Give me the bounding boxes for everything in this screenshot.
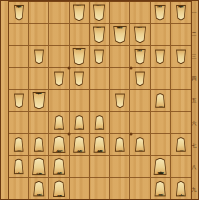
piece-face: 玉将 <box>113 26 126 42</box>
piece-gote-rook[interactable]: 飛車 <box>32 91 47 109</box>
piece-sente-pawn[interactable]: 歩兵 <box>155 93 166 108</box>
cell-3f[interactable] <box>130 112 150 134</box>
cell-8f[interactable] <box>29 112 49 134</box>
piece-kanji-label: 歩兵 <box>156 50 165 63</box>
cell-8h[interactable]: 王将 <box>29 156 49 178</box>
cell-6f[interactable]: 歩兵 <box>70 112 90 134</box>
piece-sente-pawn[interactable]: 歩兵 <box>134 137 145 152</box>
piece-face: 銀将 <box>53 181 65 196</box>
cell-4g[interactable]: 歩兵 <box>110 134 130 156</box>
star-point <box>129 133 132 136</box>
piece-kanji-label: 金将 <box>74 137 86 152</box>
cell-4a[interactable] <box>110 2 130 24</box>
cell-1b[interactable] <box>171 24 191 46</box>
piece-kanji-label: 香車 <box>14 159 23 173</box>
star-point <box>68 133 71 136</box>
piece-face: 歩兵 <box>14 94 23 107</box>
cell-1g[interactable]: 歩兵 <box>171 134 191 156</box>
cell-8g[interactable]: 歩兵 <box>29 134 49 156</box>
cell-3c[interactable]: 桂馬 <box>130 46 150 68</box>
piece-sente-pawn[interactable]: 歩兵 <box>94 115 105 130</box>
cell-7d[interactable]: 歩兵 <box>49 68 69 90</box>
cell-2f[interactable] <box>151 112 171 134</box>
piece-kanji-label: 歩兵 <box>14 138 23 151</box>
piece-kanji-label: 歩兵 <box>135 138 144 151</box>
cell-6h[interactable] <box>70 156 90 178</box>
cell-7b[interactable] <box>49 24 69 46</box>
cell-8e[interactable]: 飛車 <box>29 90 49 112</box>
rank-label-9: 九 <box>190 179 198 200</box>
rank-label-5: 五 <box>190 90 198 112</box>
piece-gote-pawn[interactable]: 歩兵 <box>175 49 186 64</box>
cell-4f[interactable] <box>110 112 130 134</box>
piece-face: 香車 <box>176 182 185 196</box>
piece-face: 歩兵 <box>34 50 43 63</box>
piece-gote-pawn[interactable]: 歩兵 <box>74 71 85 86</box>
rank-label-4: 四 <box>190 68 198 90</box>
piece-gote-silver[interactable]: 銀将 <box>93 26 107 43</box>
piece-face: 桂馬 <box>155 182 166 196</box>
rank-label-8: 八 <box>190 157 198 179</box>
piece-kanji-label: 角行 <box>53 136 66 152</box>
piece-gote-pawn[interactable]: 歩兵 <box>94 49 105 64</box>
piece-gote-bishop[interactable]: 角行 <box>72 47 87 65</box>
cell-9g[interactable]: 歩兵 <box>9 134 29 156</box>
piece-face: 歩兵 <box>95 116 104 129</box>
cell-5i[interactable] <box>90 178 110 200</box>
rank-label-2: 二 <box>190 23 198 45</box>
piece-sente-knight[interactable]: 桂馬 <box>33 181 46 197</box>
piece-kanji-label: 香車 <box>176 182 185 196</box>
cell-6e[interactable] <box>70 90 90 112</box>
piece-kanji-label: 角行 <box>73 48 86 64</box>
piece-sente-gold[interactable]: 金将 <box>73 136 87 153</box>
piece-face: 香車 <box>14 5 23 19</box>
piece-sente-bishop[interactable]: 角行 <box>52 135 67 153</box>
piece-kanji-label: 玉将 <box>113 26 126 42</box>
piece-kanji-label: 飛車 <box>33 92 46 108</box>
piece-gote-lance[interactable]: 香車 <box>13 4 24 20</box>
piece-face: 歩兵 <box>115 138 124 151</box>
piece-kanji-label: 銀将 <box>94 27 106 42</box>
piece-kanji-label: 歩兵 <box>34 50 43 63</box>
piece-face: 銀将 <box>94 27 106 42</box>
piece-kanji-label: 歩兵 <box>34 138 43 151</box>
piece-face: 歩兵 <box>14 138 23 151</box>
piece-kanji-label: 歩兵 <box>115 94 124 107</box>
piece-face: 角行 <box>53 136 66 152</box>
piece-gote-lance[interactable]: 香車 <box>175 4 186 20</box>
piece-sente-king[interactable]: 王将 <box>31 157 46 175</box>
cell-6i[interactable] <box>70 178 90 200</box>
cell-5f[interactable]: 歩兵 <box>90 112 110 134</box>
piece-kanji-label: 歩兵 <box>95 116 104 129</box>
cell-3e[interactable] <box>130 90 150 112</box>
piece-gote-gold[interactable]: 金将 <box>73 4 87 21</box>
cell-8a[interactable] <box>29 2 49 24</box>
cell-3a[interactable] <box>130 2 150 24</box>
piece-kanji-label: 香車 <box>176 5 185 19</box>
piece-face: 歩兵 <box>95 50 104 63</box>
piece-sente-knight[interactable]: 桂馬 <box>154 181 167 197</box>
piece-face: 歩兵 <box>75 116 84 129</box>
piece-kanji-label: 王将 <box>32 158 45 174</box>
rank-label-strip: 一二三四五六七八九 <box>190 1 198 200</box>
cell-7c[interactable] <box>49 46 69 68</box>
cell-2d[interactable] <box>151 68 171 90</box>
piece-face: 歩兵 <box>34 138 43 151</box>
cell-9f[interactable] <box>9 112 29 134</box>
piece-face: 王将 <box>32 158 45 174</box>
piece-sente-pawn[interactable]: 歩兵 <box>114 137 125 152</box>
cell-5e[interactable] <box>90 90 110 112</box>
cell-2a[interactable]: 桂馬 <box>151 2 171 24</box>
piece-face: 歩兵 <box>135 138 144 151</box>
piece-face: 金将 <box>94 5 106 20</box>
star-point <box>129 66 132 69</box>
cell-6a[interactable]: 金将 <box>70 2 90 24</box>
cell-3b[interactable]: 銀将 <box>130 24 150 46</box>
piece-face: 飛車 <box>33 92 46 108</box>
piece-kanji-label: 歩兵 <box>115 138 124 151</box>
cell-9a[interactable]: 香車 <box>9 2 29 24</box>
piece-face: 香車 <box>176 5 185 19</box>
piece-face: 歩兵 <box>55 72 64 85</box>
piece-kanji-label: 歩兵 <box>75 116 84 129</box>
cell-2h[interactable]: 飛車 <box>151 156 171 178</box>
piece-face: 角行 <box>73 48 86 64</box>
piece-face: 歩兵 <box>156 50 165 63</box>
cell-2i[interactable]: 桂馬 <box>151 178 171 200</box>
piece-gote-pawn[interactable]: 歩兵 <box>54 71 65 86</box>
cell-9c[interactable] <box>9 46 29 68</box>
piece-sente-pawn[interactable]: 歩兵 <box>175 137 186 152</box>
piece-face: 歩兵 <box>115 94 124 107</box>
piece-kanji-label: 歩兵 <box>135 72 144 85</box>
piece-kanji-label: 歩兵 <box>176 50 185 63</box>
cell-6g[interactable]: 金将 <box>70 134 90 156</box>
cell-2c[interactable]: 歩兵 <box>151 46 171 68</box>
cell-7e[interactable] <box>49 90 69 112</box>
piece-kanji-label: 銀将 <box>53 181 65 196</box>
piece-gote-pawn[interactable]: 歩兵 <box>155 49 166 64</box>
piece-face: 歩兵 <box>176 50 185 63</box>
cell-8i[interactable]: 桂馬 <box>29 178 49 200</box>
cell-8d[interactable] <box>29 68 49 90</box>
piece-kanji-label: 銀将 <box>134 27 146 42</box>
cell-7g[interactable]: 角行 <box>49 134 69 156</box>
piece-face: 歩兵 <box>156 94 165 107</box>
piece-face: 歩兵 <box>176 138 185 151</box>
cell-3g[interactable]: 歩兵 <box>130 134 150 156</box>
cell-9b[interactable] <box>9 24 29 46</box>
piece-face: 歩兵 <box>135 72 144 85</box>
piece-sente-lance[interactable]: 香車 <box>13 158 24 174</box>
piece-gote-knight[interactable]: 桂馬 <box>134 48 147 64</box>
piece-kanji-label: 歩兵 <box>55 116 64 129</box>
piece-sente-rook[interactable]: 飛車 <box>153 157 168 175</box>
piece-kanji-label: 歩兵 <box>14 94 23 107</box>
cell-6d[interactable]: 歩兵 <box>70 68 90 90</box>
cell-7h[interactable]: 金将 <box>49 156 69 178</box>
cell-9h[interactable]: 香車 <box>9 156 29 178</box>
cell-3i[interactable] <box>130 178 150 200</box>
piece-sente-pawn[interactable]: 歩兵 <box>33 137 44 152</box>
piece-gote-pawn[interactable]: 歩兵 <box>134 71 145 86</box>
piece-sente-pawn[interactable]: 歩兵 <box>74 115 85 130</box>
piece-kanji-label: 歩兵 <box>176 138 185 151</box>
cell-1i[interactable]: 香車 <box>171 178 191 200</box>
cell-4c[interactable] <box>110 46 130 68</box>
piece-face: 飛車 <box>154 158 167 174</box>
piece-kanji-label: 飛車 <box>154 158 167 174</box>
cell-5d[interactable] <box>90 68 110 90</box>
rank-label-1: 一 <box>190 1 198 23</box>
piece-kanji-label: 桂馬 <box>34 182 45 196</box>
shogi-app-window: 香車金将金将桂馬香車銀将玉将銀将歩兵角行歩兵桂馬歩兵歩兵歩兵歩兵歩兵歩兵飛車歩兵… <box>0 0 199 200</box>
cell-4h[interactable] <box>110 156 130 178</box>
piece-kanji-label: 香車 <box>14 5 23 19</box>
piece-kanji-label: 桂馬 <box>155 5 166 19</box>
piece-kanji-label: 桂馬 <box>135 49 146 63</box>
cell-1e[interactable] <box>171 90 191 112</box>
piece-gote-knight[interactable]: 桂馬 <box>154 4 167 20</box>
cell-1a[interactable]: 香車 <box>171 2 191 24</box>
piece-face: 桂馬 <box>155 5 166 19</box>
rank-label-3: 三 <box>190 45 198 67</box>
piece-kanji-label: 金将 <box>94 5 106 20</box>
rank-label-7: 七 <box>190 134 198 156</box>
piece-gote-pawn[interactable]: 歩兵 <box>13 93 24 108</box>
cell-3d[interactable]: 歩兵 <box>130 68 150 90</box>
piece-face: 金将 <box>74 5 86 20</box>
piece-gote-pawn[interactable]: 歩兵 <box>33 49 44 64</box>
piece-face: 香車 <box>14 159 23 173</box>
cell-2e[interactable]: 歩兵 <box>151 90 171 112</box>
cell-9e[interactable]: 歩兵 <box>9 90 29 112</box>
cell-5a[interactable]: 金将 <box>90 2 110 24</box>
piece-gote-gold[interactable]: 金将 <box>93 4 107 21</box>
piece-sente-pawn[interactable]: 歩兵 <box>13 137 24 152</box>
piece-face: 銀将 <box>94 137 106 152</box>
cell-1h[interactable] <box>171 156 191 178</box>
cell-1c[interactable]: 歩兵 <box>171 46 191 68</box>
piece-kanji-label: 銀将 <box>94 137 106 152</box>
piece-face: 桂馬 <box>34 182 45 196</box>
piece-sente-lance[interactable]: 香車 <box>175 181 186 197</box>
cell-9i[interactable] <box>9 178 29 200</box>
piece-sente-gold[interactable]: 金将 <box>52 158 66 175</box>
piece-face: 歩兵 <box>55 116 64 129</box>
cell-4i[interactable] <box>110 178 130 200</box>
cell-5b[interactable]: 銀将 <box>90 24 110 46</box>
piece-gote-pawn[interactable]: 歩兵 <box>114 93 125 108</box>
piece-kanji-label: 金将 <box>74 5 86 20</box>
shogi-board[interactable]: 香車金将金将桂馬香車銀将玉将銀将歩兵角行歩兵桂馬歩兵歩兵歩兵歩兵歩兵歩兵飛車歩兵… <box>8 1 192 200</box>
piece-face: 金将 <box>74 137 86 152</box>
cell-4b[interactable]: 玉将 <box>110 24 130 46</box>
star-point <box>68 66 71 69</box>
cell-5h[interactable] <box>90 156 110 178</box>
piece-gote-silver[interactable]: 銀将 <box>133 26 147 43</box>
piece-kanji-label: 歩兵 <box>95 50 104 63</box>
cell-5g[interactable]: 銀将 <box>90 134 110 156</box>
cell-7a[interactable] <box>49 2 69 24</box>
piece-face: 桂馬 <box>135 49 146 63</box>
cell-4d[interactable] <box>110 68 130 90</box>
piece-kanji-label: 桂馬 <box>155 182 166 196</box>
piece-kanji-label: 金将 <box>53 159 65 174</box>
piece-face: 銀将 <box>134 27 146 42</box>
cell-8c[interactable]: 歩兵 <box>29 46 49 68</box>
piece-kanji-label: 歩兵 <box>156 94 165 107</box>
cell-3h[interactable] <box>130 156 150 178</box>
piece-sente-silver[interactable]: 銀将 <box>93 136 107 153</box>
piece-sente-silver[interactable]: 銀将 <box>52 180 66 197</box>
cell-6b[interactable] <box>70 24 90 46</box>
piece-face: 金将 <box>53 159 65 174</box>
cell-7f[interactable]: 歩兵 <box>49 112 69 134</box>
cell-7i[interactable]: 銀将 <box>49 178 69 200</box>
cell-2b[interactable] <box>151 24 171 46</box>
piece-face: 歩兵 <box>75 72 84 85</box>
rank-label-6: 六 <box>190 112 198 134</box>
piece-kanji-label: 歩兵 <box>75 72 84 85</box>
cell-1d[interactable] <box>171 68 191 90</box>
piece-gote-king[interactable]: 玉将 <box>112 25 127 43</box>
cell-1f[interactable] <box>171 112 191 134</box>
cell-6c[interactable]: 角行 <box>70 46 90 68</box>
cell-4e[interactable]: 歩兵 <box>110 90 130 112</box>
cell-9d[interactable] <box>9 68 29 90</box>
piece-kanji-label: 歩兵 <box>55 72 64 85</box>
piece-sente-pawn[interactable]: 歩兵 <box>54 115 65 130</box>
cell-5c[interactable]: 歩兵 <box>90 46 110 68</box>
cell-8b[interactable] <box>29 24 49 46</box>
cell-2g[interactable] <box>151 134 171 156</box>
